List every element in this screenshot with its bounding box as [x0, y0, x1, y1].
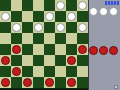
square-r7c6[interactable] — [66, 77, 77, 88]
board-grid — [0, 0, 88, 88]
square-r7c7[interactable] — [77, 77, 88, 88]
red-piece[interactable] — [67, 56, 76, 65]
white-piece[interactable] — [78, 1, 87, 10]
square-r2c1[interactable] — [11, 22, 22, 33]
square-r6c4[interactable] — [44, 66, 55, 77]
captured-white-piece — [89, 7, 98, 16]
captured-red-piece — [109, 46, 118, 55]
square-r3c1[interactable] — [11, 33, 22, 44]
square-r2c6[interactable] — [66, 22, 77, 33]
red-piece[interactable] — [1, 78, 10, 87]
square-r4c7[interactable] — [77, 44, 88, 55]
square-r0c0[interactable] — [0, 0, 11, 11]
red-piece[interactable] — [12, 45, 21, 54]
captured-pieces-panel — [89, 0, 120, 90]
white-piece[interactable] — [78, 23, 87, 32]
square-r6c1[interactable] — [11, 66, 22, 77]
square-r1c5[interactable] — [55, 11, 66, 22]
square-r3c5[interactable] — [55, 33, 66, 44]
square-r3c4[interactable] — [44, 33, 55, 44]
red-piece[interactable] — [1, 56, 10, 65]
square-r5c6[interactable] — [66, 55, 77, 66]
square-r4c3[interactable] — [33, 44, 44, 55]
red-piece[interactable] — [67, 78, 76, 87]
square-r4c1[interactable] — [11, 44, 22, 55]
white-piece[interactable] — [56, 23, 65, 32]
square-r1c1[interactable] — [11, 11, 22, 22]
square-r7c0[interactable] — [0, 77, 11, 88]
watermark — [105, 1, 119, 5]
square-r5c1[interactable] — [11, 55, 22, 66]
red-piece[interactable] — [45, 78, 54, 87]
square-r1c2[interactable] — [22, 11, 33, 22]
square-r2c2[interactable] — [22, 22, 33, 33]
checkers-window — [0, 0, 120, 90]
square-r6c7[interactable] — [77, 66, 88, 77]
square-r5c0[interactable] — [0, 55, 11, 66]
square-r3c3[interactable] — [33, 33, 44, 44]
square-r1c0[interactable] — [0, 11, 11, 22]
red-piece[interactable] — [12, 67, 21, 76]
white-piece[interactable] — [45, 12, 54, 21]
captured-red-piece — [99, 46, 108, 55]
square-r0c1[interactable] — [11, 0, 22, 11]
square-r0c4[interactable] — [44, 0, 55, 11]
square-r5c3[interactable] — [33, 55, 44, 66]
white-piece[interactable] — [34, 23, 43, 32]
white-piece[interactable] — [56, 1, 65, 10]
square-r7c5[interactable] — [55, 77, 66, 88]
square-r2c0[interactable] — [0, 22, 11, 33]
board-bottom-edge — [0, 88, 88, 90]
captured-white-piece — [109, 7, 118, 16]
square-r4c4[interactable] — [44, 44, 55, 55]
square-r3c6[interactable] — [66, 33, 77, 44]
captured-white-tray — [89, 7, 118, 16]
square-r7c4[interactable] — [44, 77, 55, 88]
square-r3c2[interactable] — [22, 33, 33, 44]
white-piece[interactable] — [1, 12, 10, 21]
square-r4c6[interactable] — [66, 44, 77, 55]
square-r3c7[interactable] — [77, 33, 88, 44]
square-r3c0[interactable] — [0, 33, 11, 44]
square-r4c5[interactable] — [55, 44, 66, 55]
square-r0c7[interactable] — [77, 0, 88, 11]
square-r5c7[interactable] — [77, 55, 88, 66]
square-r7c1[interactable] — [11, 77, 22, 88]
square-r1c7[interactable] — [77, 11, 88, 22]
square-r0c5[interactable] — [55, 0, 66, 11]
square-r7c2[interactable] — [22, 77, 33, 88]
square-r1c3[interactable] — [33, 11, 44, 22]
square-r2c5[interactable] — [55, 22, 66, 33]
red-piece[interactable] — [23, 78, 32, 87]
square-r4c2[interactable] — [22, 44, 33, 55]
captured-red-piece — [89, 46, 98, 55]
square-r6c6[interactable] — [66, 66, 77, 77]
square-r2c3[interactable] — [33, 22, 44, 33]
square-r0c3[interactable] — [33, 0, 44, 11]
square-r4c0[interactable] — [0, 44, 11, 55]
white-piece[interactable] — [12, 23, 21, 32]
square-r7c3[interactable] — [33, 77, 44, 88]
square-r1c4[interactable] — [44, 11, 55, 22]
square-r0c6[interactable] — [66, 0, 77, 11]
square-r0c2[interactable] — [22, 0, 33, 11]
checkers-board — [0, 0, 89, 90]
captured-white-piece — [99, 7, 108, 16]
resize-grip[interactable] — [114, 85, 118, 89]
red-piece[interactable] — [78, 45, 87, 54]
white-piece[interactable] — [67, 12, 76, 21]
square-r5c4[interactable] — [44, 55, 55, 66]
square-r2c4[interactable] — [44, 22, 55, 33]
square-r5c5[interactable] — [55, 55, 66, 66]
square-r6c3[interactable] — [33, 66, 44, 77]
square-r1c6[interactable] — [66, 11, 77, 22]
captured-red-tray — [89, 46, 118, 55]
square-r2c7[interactable] — [77, 22, 88, 33]
square-r6c2[interactable] — [22, 66, 33, 77]
square-r6c0[interactable] — [0, 66, 11, 77]
square-r5c2[interactable] — [22, 55, 33, 66]
square-r6c5[interactable] — [55, 66, 66, 77]
